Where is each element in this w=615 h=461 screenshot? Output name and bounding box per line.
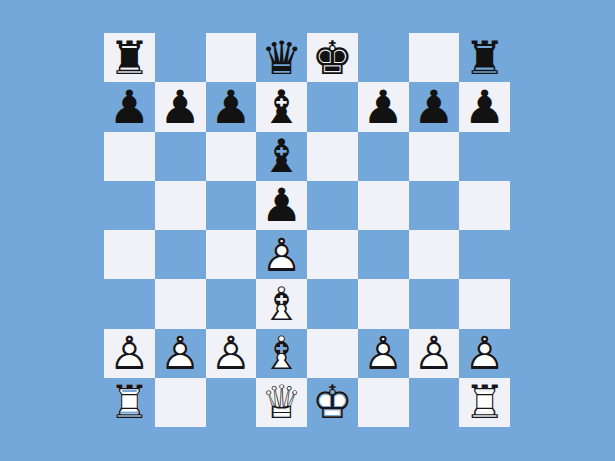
square-g7[interactable]: ♟ <box>409 82 460 131</box>
black-pawn[interactable]: ♟ <box>464 84 505 130</box>
square-f4[interactable] <box>358 230 409 279</box>
square-c3[interactable] <box>206 279 257 328</box>
square-d7[interactable]: ♝ <box>256 82 307 131</box>
square-c7[interactable]: ♟ <box>206 82 257 131</box>
square-a1[interactable]: ♜♖ <box>104 378 155 427</box>
square-g4[interactable] <box>409 230 460 279</box>
black-rook[interactable]: ♜ <box>109 35 150 81</box>
white-king[interactable]: ♚♔ <box>312 379 353 425</box>
square-a2[interactable]: ♟♙ <box>104 329 155 378</box>
square-e4[interactable] <box>307 230 358 279</box>
white-piece-outline-layer: ♙ <box>210 326 251 380</box>
white-pawn[interactable]: ♟♙ <box>464 330 505 376</box>
square-e6[interactable] <box>307 132 358 181</box>
square-b1[interactable] <box>155 378 206 427</box>
white-rook[interactable]: ♜♖ <box>109 379 150 425</box>
square-a8[interactable]: ♜ <box>104 33 155 82</box>
white-pawn[interactable]: ♟♙ <box>261 232 302 278</box>
square-b3[interactable] <box>155 279 206 328</box>
black-king[interactable]: ♚ <box>312 35 353 81</box>
square-h5[interactable] <box>459 181 510 230</box>
square-e7[interactable] <box>307 82 358 131</box>
square-f2[interactable]: ♟♙ <box>358 329 409 378</box>
square-d2[interactable]: ♝♗ <box>256 329 307 378</box>
square-b4[interactable] <box>155 230 206 279</box>
square-h1[interactable]: ♜♖ <box>459 378 510 427</box>
square-e2[interactable] <box>307 329 358 378</box>
square-g8[interactable] <box>409 33 460 82</box>
square-c8[interactable] <box>206 33 257 82</box>
square-d6[interactable]: ♝ <box>256 132 307 181</box>
square-d5[interactable]: ♟ <box>256 181 307 230</box>
white-piece-outline-layer: ♗ <box>261 277 302 331</box>
square-f3[interactable] <box>358 279 409 328</box>
square-e5[interactable] <box>307 181 358 230</box>
square-e1[interactable]: ♚♔ <box>307 378 358 427</box>
square-e3[interactable] <box>307 279 358 328</box>
square-b7[interactable]: ♟ <box>155 82 206 131</box>
square-c5[interactable] <box>206 181 257 230</box>
black-pawn[interactable]: ♟ <box>363 84 404 130</box>
white-pawn[interactable]: ♟♙ <box>109 330 150 376</box>
square-a7[interactable]: ♟ <box>104 82 155 131</box>
white-pawn[interactable]: ♟♙ <box>160 330 201 376</box>
page-background: ♜♛♚♜♟♟♟♝♟♟♟♝♟♟♙♝♗♟♙♟♙♟♙♝♗♟♙♟♙♟♙♜♖♛♕♚♔♜♖ <box>0 0 615 461</box>
square-h8[interactable]: ♜ <box>459 33 510 82</box>
white-piece-outline-layer: ♙ <box>109 326 150 380</box>
black-queen[interactable]: ♛ <box>261 35 302 81</box>
white-pawn[interactable]: ♟♙ <box>413 330 454 376</box>
square-a3[interactable] <box>104 279 155 328</box>
square-b5[interactable] <box>155 181 206 230</box>
square-f5[interactable] <box>358 181 409 230</box>
square-a4[interactable] <box>104 230 155 279</box>
square-f1[interactable] <box>358 378 409 427</box>
square-d4[interactable]: ♟♙ <box>256 230 307 279</box>
white-bishop[interactable]: ♝♗ <box>261 281 302 327</box>
black-bishop[interactable]: ♝ <box>261 84 302 130</box>
white-queen[interactable]: ♛♕ <box>261 379 302 425</box>
square-a6[interactable] <box>104 132 155 181</box>
black-pawn[interactable]: ♟ <box>160 84 201 130</box>
white-piece-outline-layer: ♙ <box>413 326 454 380</box>
square-c6[interactable] <box>206 132 257 181</box>
square-g2[interactable]: ♟♙ <box>409 329 460 378</box>
square-d3[interactable]: ♝♗ <box>256 279 307 328</box>
black-rook[interactable]: ♜ <box>464 35 505 81</box>
square-g3[interactable] <box>409 279 460 328</box>
white-pawn[interactable]: ♟♙ <box>210 330 251 376</box>
white-piece-outline-layer: ♕ <box>261 375 302 429</box>
black-pawn[interactable]: ♟ <box>210 84 251 130</box>
white-piece-outline-layer: ♙ <box>160 326 201 380</box>
square-a5[interactable] <box>104 181 155 230</box>
chess-board: ♜♛♚♜♟♟♟♝♟♟♟♝♟♟♙♝♗♟♙♟♙♟♙♝♗♟♙♟♙♟♙♜♖♛♕♚♔♜♖ <box>104 33 510 427</box>
square-g5[interactable] <box>409 181 460 230</box>
white-piece-outline-layer: ♙ <box>464 326 505 380</box>
black-pawn[interactable]: ♟ <box>109 84 150 130</box>
square-h3[interactable] <box>459 279 510 328</box>
square-b6[interactable] <box>155 132 206 181</box>
square-c4[interactable] <box>206 230 257 279</box>
square-f6[interactable] <box>358 132 409 181</box>
white-rook[interactable]: ♜♖ <box>464 379 505 425</box>
black-pawn[interactable]: ♟ <box>413 84 454 130</box>
white-piece-outline-layer: ♔ <box>312 375 353 429</box>
square-h6[interactable] <box>459 132 510 181</box>
square-e8[interactable]: ♚ <box>307 33 358 82</box>
white-piece-outline-layer: ♗ <box>261 326 302 380</box>
white-piece-outline-layer: ♙ <box>363 326 404 380</box>
square-b8[interactable] <box>155 33 206 82</box>
white-piece-outline-layer: ♙ <box>261 228 302 282</box>
square-h7[interactable]: ♟ <box>459 82 510 131</box>
square-d1[interactable]: ♛♕ <box>256 378 307 427</box>
white-piece-outline-layer: ♖ <box>464 375 505 429</box>
square-f7[interactable]: ♟ <box>358 82 409 131</box>
square-h4[interactable] <box>459 230 510 279</box>
square-c1[interactable] <box>206 378 257 427</box>
square-g6[interactable] <box>409 132 460 181</box>
square-c2[interactable]: ♟♙ <box>206 329 257 378</box>
black-bishop[interactable]: ♝ <box>261 133 302 179</box>
square-f8[interactable] <box>358 33 409 82</box>
square-b2[interactable]: ♟♙ <box>155 329 206 378</box>
white-pawn[interactable]: ♟♙ <box>363 330 404 376</box>
black-pawn[interactable]: ♟ <box>261 182 302 228</box>
white-bishop[interactable]: ♝♗ <box>261 330 302 376</box>
square-h2[interactable]: ♟♙ <box>459 329 510 378</box>
square-g1[interactable] <box>409 378 460 427</box>
white-piece-outline-layer: ♖ <box>109 375 150 429</box>
square-d8[interactable]: ♛ <box>256 33 307 82</box>
